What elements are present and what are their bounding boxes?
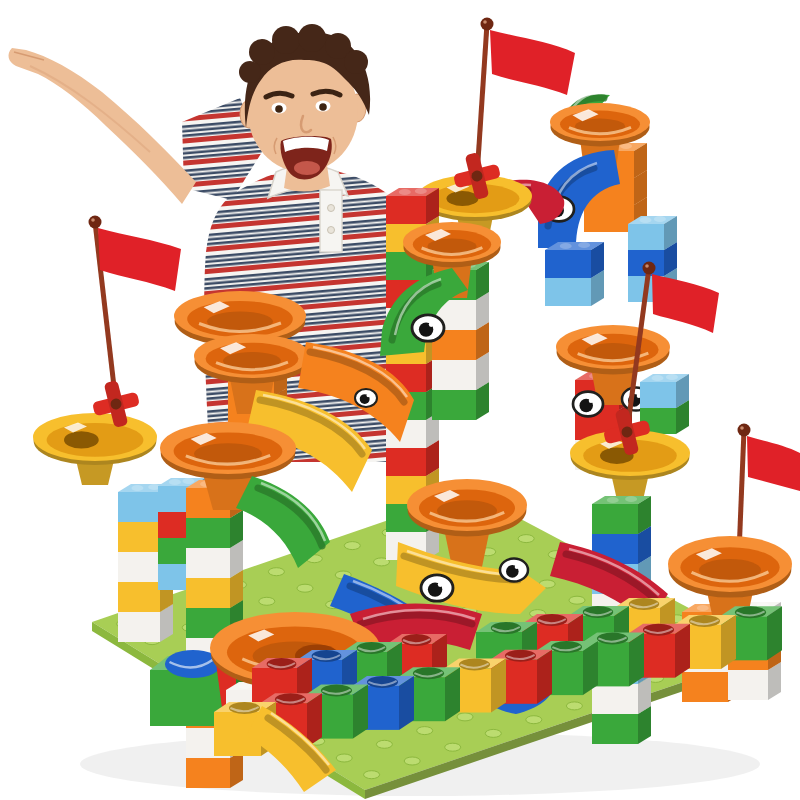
eye-sticker (412, 315, 444, 341)
block-tower (545, 242, 604, 306)
eye-sticker (500, 559, 528, 582)
eye-sticker (355, 389, 377, 407)
marble-run-scene (0, 0, 800, 800)
eye-sticker (421, 575, 453, 601)
boy-arm (9, 48, 196, 204)
red-flag (88, 216, 181, 432)
yellow-spiral-track (33, 413, 157, 485)
product-photo (0, 0, 800, 800)
boy-head (239, 24, 370, 192)
eye-sticker (573, 392, 603, 417)
